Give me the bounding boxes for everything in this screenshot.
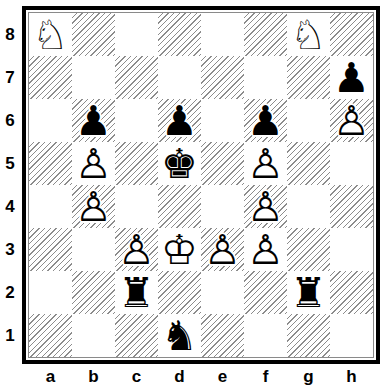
square-a6[interactable]: [29, 99, 72, 142]
piece-fill-layer: ♟: [201, 228, 244, 271]
piece-white-pawn-b5[interactable]: ♟♙: [72, 142, 115, 185]
board-grid: ♞♘♞♘♟♟♟♟♟♟♟♟♟♙♟♙♚♚♟♙♟♙♟♙♟♙♚♔♟♙♟♙♜♜♜♜♞♞: [29, 13, 373, 357]
square-h2[interactable]: [330, 271, 373, 314]
square-c3[interactable]: ♟♙: [115, 228, 158, 271]
square-b8[interactable]: [72, 13, 115, 56]
square-d3[interactable]: ♚♔: [158, 228, 201, 271]
file-label-h: h: [330, 364, 373, 390]
square-c2[interactable]: ♜♜: [115, 271, 158, 314]
piece-white-pawn-f4[interactable]: ♟♙: [244, 185, 287, 228]
piece-white-pawn-b4[interactable]: ♟♙: [72, 185, 115, 228]
rank-label-7: 7: [0, 56, 20, 99]
piece-black-knight-d1[interactable]: ♞♞: [158, 314, 201, 357]
square-f5[interactable]: ♟♙: [244, 142, 287, 185]
square-b5[interactable]: ♟♙: [72, 142, 115, 185]
square-b3[interactable]: [72, 228, 115, 271]
rank-label-5: 5: [0, 142, 20, 185]
piece-fill-layer: ♟: [244, 185, 287, 228]
file-labels: abcdefgh: [29, 364, 373, 390]
piece-fill-layer: ♟: [72, 99, 115, 142]
piece-glyph: ♜: [287, 271, 330, 314]
square-f1[interactable]: [244, 314, 287, 357]
piece-glyph: ♙: [244, 228, 287, 271]
piece-fill-layer: ♚: [158, 228, 201, 271]
piece-fill-layer: ♟: [330, 56, 373, 99]
rank-label-1: 1: [0, 314, 20, 357]
rank-label-2: 2: [0, 271, 20, 314]
square-d5[interactable]: ♚♚: [158, 142, 201, 185]
square-a5[interactable]: [29, 142, 72, 185]
square-d1[interactable]: ♞♞: [158, 314, 201, 357]
piece-fill-layer: ♟: [244, 142, 287, 185]
piece-fill-layer: ♞: [29, 13, 72, 56]
chess-board: ♞♘♞♘♟♟♟♟♟♟♟♟♟♙♟♙♚♚♟♙♟♙♟♙♟♙♚♔♟♙♟♙♜♜♜♜♞♞: [22, 6, 380, 364]
square-d6[interactable]: ♟♟: [158, 99, 201, 142]
file-label-g: g: [287, 364, 330, 390]
square-e5[interactable]: [201, 142, 244, 185]
piece-black-pawn-f6[interactable]: ♟♟: [244, 99, 287, 142]
square-c7[interactable]: [115, 56, 158, 99]
piece-glyph: ♙: [115, 228, 158, 271]
square-e7[interactable]: [201, 56, 244, 99]
file-label-e: e: [201, 364, 244, 390]
square-f6[interactable]: ♟♟: [244, 99, 287, 142]
square-g8[interactable]: ♞♘: [287, 13, 330, 56]
piece-glyph: ♙: [244, 142, 287, 185]
piece-fill-layer: ♟: [72, 185, 115, 228]
file-label-d: d: [158, 364, 201, 390]
square-h6[interactable]: ♟♙: [330, 99, 373, 142]
rank-label-4: 4: [0, 185, 20, 228]
square-a7[interactable]: [29, 56, 72, 99]
piece-fill-layer: ♞: [287, 13, 330, 56]
piece-glyph: ♙: [72, 142, 115, 185]
piece-fill-layer: ♟: [72, 142, 115, 185]
piece-glyph: ♟: [158, 99, 201, 142]
piece-glyph: ♟: [244, 99, 287, 142]
square-a8[interactable]: ♞♘: [29, 13, 72, 56]
square-h1[interactable]: [330, 314, 373, 357]
piece-white-knight-a8[interactable]: ♞♘: [29, 13, 72, 56]
square-f8[interactable]: [244, 13, 287, 56]
piece-glyph: ♜: [115, 271, 158, 314]
piece-glyph: ♘: [29, 13, 72, 56]
square-g1[interactable]: [287, 314, 330, 357]
square-e2[interactable]: [201, 271, 244, 314]
square-h5[interactable]: [330, 142, 373, 185]
square-f2[interactable]: [244, 271, 287, 314]
piece-fill-layer: ♟: [244, 228, 287, 271]
square-e4[interactable]: [201, 185, 244, 228]
piece-glyph: ♔: [158, 228, 201, 271]
square-a2[interactable]: [29, 271, 72, 314]
rank-label-8: 8: [0, 13, 20, 56]
piece-fill-layer: ♚: [158, 142, 201, 185]
piece-white-pawn-f3[interactable]: ♟♙: [244, 228, 287, 271]
square-c5[interactable]: [115, 142, 158, 185]
piece-fill-layer: ♟: [115, 228, 158, 271]
piece-white-pawn-c3[interactable]: ♟♙: [115, 228, 158, 271]
square-c1[interactable]: [115, 314, 158, 357]
piece-glyph: ♚: [158, 142, 201, 185]
square-g4[interactable]: [287, 185, 330, 228]
piece-black-rook-g2[interactable]: ♜♜: [287, 271, 330, 314]
piece-white-king-d3[interactable]: ♚♔: [158, 228, 201, 271]
piece-glyph: ♞: [158, 314, 201, 357]
square-e6[interactable]: [201, 99, 244, 142]
square-c8[interactable]: [115, 13, 158, 56]
square-h8[interactable]: [330, 13, 373, 56]
file-label-a: a: [29, 364, 72, 390]
square-d2[interactable]: [158, 271, 201, 314]
square-g5[interactable]: [287, 142, 330, 185]
piece-glyph: ♟: [330, 56, 373, 99]
square-b1[interactable]: [72, 314, 115, 357]
square-b4[interactable]: ♟♙: [72, 185, 115, 228]
square-a1[interactable]: [29, 314, 72, 357]
square-c6[interactable]: [115, 99, 158, 142]
rank-label-3: 3: [0, 228, 20, 271]
square-e8[interactable]: [201, 13, 244, 56]
piece-glyph: ♙: [72, 185, 115, 228]
square-b2[interactable]: [72, 271, 115, 314]
piece-white-knight-g8[interactable]: ♞♘: [287, 13, 330, 56]
square-g7[interactable]: [287, 56, 330, 99]
piece-glyph: ♘: [287, 13, 330, 56]
piece-black-pawn-h7[interactable]: ♟♟: [330, 56, 373, 99]
square-f7[interactable]: [244, 56, 287, 99]
square-g3[interactable]: [287, 228, 330, 271]
rank-labels: 87654321: [0, 13, 20, 357]
square-f4[interactable]: ♟♙: [244, 185, 287, 228]
file-label-f: f: [244, 364, 287, 390]
piece-black-pawn-d6[interactable]: ♟♟: [158, 99, 201, 142]
piece-fill-layer: ♜: [287, 271, 330, 314]
square-b7[interactable]: [72, 56, 115, 99]
board-inner-frame: ♞♘♞♘♟♟♟♟♟♟♟♟♟♙♟♙♚♚♟♙♟♙♟♙♟♙♚♔♟♙♟♙♜♜♜♜♞♞: [28, 12, 374, 358]
square-h3[interactable]: [330, 228, 373, 271]
square-e1[interactable]: [201, 314, 244, 357]
piece-glyph: ♟: [72, 99, 115, 142]
piece-white-pawn-h6[interactable]: ♟♙: [330, 99, 373, 142]
square-h4[interactable]: [330, 185, 373, 228]
square-h7[interactable]: ♟♟: [330, 56, 373, 99]
square-b6[interactable]: ♟♟: [72, 99, 115, 142]
piece-glyph: ♙: [330, 99, 373, 142]
piece-fill-layer: ♞: [158, 314, 201, 357]
piece-fill-layer: ♟: [330, 99, 373, 142]
square-g6[interactable]: [287, 99, 330, 142]
piece-black-pawn-b6[interactable]: ♟♟: [72, 99, 115, 142]
piece-black-king-d5[interactable]: ♚♚: [158, 142, 201, 185]
square-d8[interactable]: [158, 13, 201, 56]
piece-white-pawn-f5[interactable]: ♟♙: [244, 142, 287, 185]
square-d7[interactable]: [158, 56, 201, 99]
chess-diagram: 87654321 ♞♘♞♘♟♟♟♟♟♟♟♟♟♙♟♙♚♚♟♙♟♙♟♙♟♙♚♔♟♙♟…: [0, 0, 385, 390]
piece-white-pawn-e3[interactable]: ♟♙: [201, 228, 244, 271]
piece-glyph: ♙: [244, 185, 287, 228]
square-a4[interactable]: [29, 185, 72, 228]
square-a3[interactable]: [29, 228, 72, 271]
square-c4[interactable]: [115, 185, 158, 228]
square-e3[interactable]: ♟♙: [201, 228, 244, 271]
piece-black-rook-c2[interactable]: ♜♜: [115, 271, 158, 314]
rank-label-6: 6: [0, 99, 20, 142]
square-f3[interactable]: ♟♙: [244, 228, 287, 271]
piece-fill-layer: ♟: [158, 99, 201, 142]
piece-glyph: ♙: [201, 228, 244, 271]
piece-fill-layer: ♟: [244, 99, 287, 142]
piece-fill-layer: ♜: [115, 271, 158, 314]
square-d4[interactable]: [158, 185, 201, 228]
file-label-b: b: [72, 364, 115, 390]
file-label-c: c: [115, 364, 158, 390]
square-g2[interactable]: ♜♜: [287, 271, 330, 314]
